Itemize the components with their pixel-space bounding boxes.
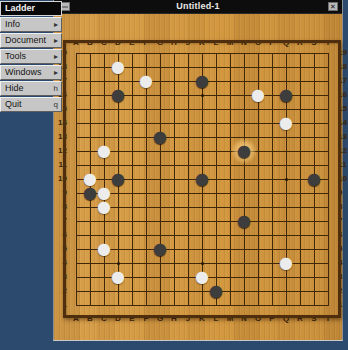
menu-item-quit[interactable]: Quitq — [0, 97, 62, 112]
white-stone-O16[interactable]: ● — [251, 88, 265, 102]
go-app-window: Untitled-1 ✕ ABCDEFGHJKLMNOPQRST ABCDEFG… — [53, 0, 343, 341]
white-stone-C8[interactable]: ● — [97, 200, 111, 214]
black-stone-G5[interactable]: ● — [153, 242, 167, 256]
black-stone-L2[interactable]: ● — [209, 284, 223, 298]
black-stone-S10[interactable]: ● — [307, 172, 321, 186]
black-stone-D16[interactable]: ● — [111, 88, 125, 102]
black-stone-N7[interactable]: ● — [237, 214, 251, 228]
star-point — [285, 178, 288, 181]
menu-item-document[interactable]: Document▸ — [0, 33, 62, 48]
white-stone-D3[interactable]: ● — [111, 270, 125, 284]
black-stone-N12[interactable]: ● — [237, 144, 251, 158]
white-stone-Q4[interactable]: ● — [279, 256, 293, 270]
shortcut-key: h — [54, 82, 58, 95]
black-stone-K10[interactable]: ● — [195, 172, 209, 186]
app-menu: Ladder Info▸ Document▸ Tools▸ Windows▸ H… — [0, 1, 62, 112]
white-stone-D18[interactable]: ● — [111, 60, 125, 74]
white-stone-K3[interactable]: ● — [195, 270, 209, 284]
black-stone-K17[interactable]: ● — [195, 74, 209, 88]
black-stone-B9[interactable]: ● — [83, 186, 97, 200]
black-stone-G13[interactable]: ● — [153, 130, 167, 144]
star-point — [117, 262, 120, 265]
submenu-arrow-icon: ▸ — [54, 34, 58, 47]
white-stone-C5[interactable]: ● — [97, 242, 111, 256]
black-stone-Q16[interactable]: ● — [279, 88, 293, 102]
submenu-arrow-icon: ▸ — [54, 50, 58, 63]
menu-item-info[interactable]: Info▸ — [0, 17, 62, 32]
goban-grid[interactable]: ●●●●●●●●●●●●●●●●●●●●●●●● — [69, 46, 335, 312]
star-point — [201, 94, 204, 97]
close-icon[interactable]: ✕ — [328, 2, 338, 11]
goban-wood-area: ABCDEFGHJKLMNOPQRST ABCDEFGHJKLMNOPQRST … — [54, 14, 342, 340]
shortcut-key: q — [54, 98, 58, 111]
white-stone-Q14[interactable]: ● — [279, 116, 293, 130]
submenu-arrow-icon: ▸ — [54, 18, 58, 31]
window-title: Untitled-1 — [54, 1, 342, 11]
window-titlebar[interactable]: Untitled-1 ✕ — [54, 0, 342, 14]
menu-item-windows[interactable]: Windows▸ — [0, 65, 62, 80]
menu-item-hide[interactable]: Hideh — [0, 81, 62, 96]
white-stone-F17[interactable]: ● — [139, 74, 153, 88]
desktop: Untitled-1 ✕ ABCDEFGHJKLMNOPQRST ABCDEFG… — [0, 0, 348, 350]
submenu-arrow-icon: ▸ — [54, 66, 58, 79]
menu-item-tools[interactable]: Tools▸ — [0, 49, 62, 64]
star-point — [201, 262, 204, 265]
menu-title: Ladder — [0, 1, 62, 16]
black-stone-D10[interactable]: ● — [111, 172, 125, 186]
white-stone-C12[interactable]: ● — [97, 144, 111, 158]
